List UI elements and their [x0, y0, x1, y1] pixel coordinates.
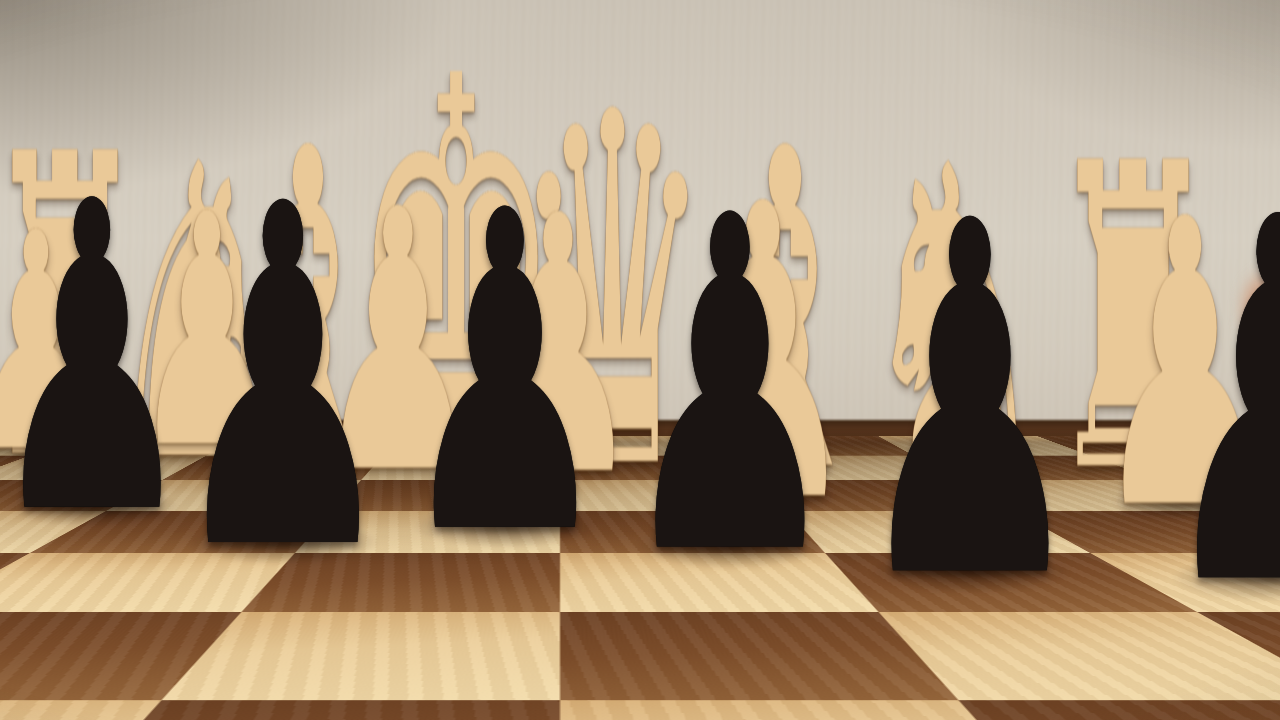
piece-black-pawn-d5: ♟: [619, 157, 842, 617]
piece-black-pawn-c5: ♟: [853, 160, 1088, 645]
piece-black-pawn-b5: ♟: [1157, 154, 1280, 654]
piece-black-pawn-g5: ♟: [0, 148, 195, 573]
square-f7: [0, 700, 161, 720]
chess-photo-stage: ♜ ♞ ♝ ♚ ♛ ♝ ♞ ♜ ♟ ♟ ♟ ♟ ♟ ♟ ♟ ♟ ♟ ♟ ♟ ♟: [0, 0, 1280, 720]
piece-black-pawn-f5: ♟: [169, 145, 397, 615]
square-c7: [959, 700, 1280, 720]
piece-black-pawn-e5: ♟: [398, 155, 611, 595]
